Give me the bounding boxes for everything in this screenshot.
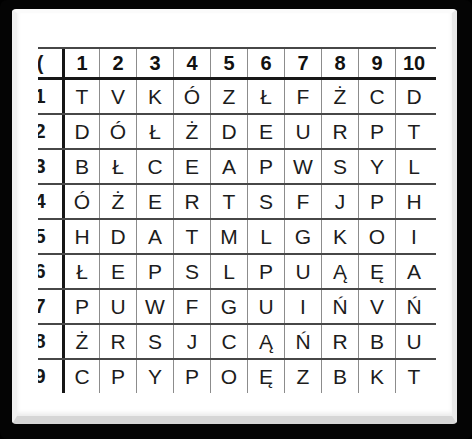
letter-cell-r1c5[interactable]: Z — [210, 80, 247, 113]
letter-cell-r8c3[interactable]: S — [136, 325, 173, 358]
grid-row-7: 7PUWFGUIŃVŃ — [38, 290, 436, 325]
letter-cell-r9c1[interactable]: C — [62, 360, 99, 393]
letter-cell-r5c3[interactable]: A — [136, 220, 173, 253]
grid-row-9: 9CPYPOĘZBKT — [38, 360, 436, 393]
photo-frame: (123456789101TVKÓZŁFŻCD2DÓŁŻDEURPT3BŁCEA… — [0, 0, 472, 439]
letter-cell-r6c2[interactable]: E — [99, 255, 136, 288]
letter-cell-r5c8[interactable]: K — [321, 220, 358, 253]
letter-cell-r3c10[interactable]: L — [395, 150, 432, 183]
row-label-8: 8 — [38, 325, 62, 358]
letter-cell-r8c6[interactable]: Ą — [247, 325, 284, 358]
letter-cell-r3c1[interactable]: B — [62, 150, 99, 183]
corner-cell: ( — [38, 49, 62, 77]
row-label-4: 4 — [38, 185, 62, 218]
letter-cell-r2c1[interactable]: D — [62, 115, 99, 148]
letter-cell-r9c7[interactable]: Z — [284, 360, 321, 393]
letter-cell-r5c7[interactable]: G — [284, 220, 321, 253]
letter-cell-r5c1[interactable]: H — [62, 220, 99, 253]
row-label-2: 2 — [38, 115, 62, 148]
letter-cell-r3c3[interactable]: C — [136, 150, 173, 183]
col-header-1: 1 — [62, 49, 99, 77]
letter-cell-r6c8[interactable]: Ą — [321, 255, 358, 288]
letter-cell-r4c8[interactable]: J — [321, 185, 358, 218]
grid-row-4: 4ÓŻERTSFJPH — [38, 185, 436, 220]
letter-cell-r2c10[interactable]: T — [395, 115, 432, 148]
letter-cell-r3c7[interactable]: W — [284, 150, 321, 183]
letter-cell-r6c7[interactable]: U — [284, 255, 321, 288]
letter-cell-r2c4[interactable]: Ż — [173, 115, 210, 148]
letter-cell-r7c5[interactable]: G — [210, 290, 247, 323]
letter-cell-r1c6[interactable]: Ł — [247, 80, 284, 113]
letter-cell-r9c9[interactable]: K — [358, 360, 395, 393]
row-label-2-text: 2 — [38, 115, 58, 148]
letter-cell-r2c7[interactable]: U — [284, 115, 321, 148]
row-label-6: 6 — [38, 255, 62, 288]
col-header-2: 2 — [99, 49, 136, 77]
row-label-5-text: 5 — [38, 220, 58, 253]
letter-cell-r5c6[interactable]: L — [247, 220, 284, 253]
letter-cell-r7c6[interactable]: U — [247, 290, 284, 323]
letter-cell-r1c4[interactable]: Ó — [173, 80, 210, 113]
letter-cell-r5c4[interactable]: T — [173, 220, 210, 253]
row-label-7: 7 — [38, 290, 62, 323]
grid-row-3: 3BŁCEAPWSYL — [38, 150, 436, 185]
letter-cell-r8c5[interactable]: C — [210, 325, 247, 358]
letter-cell-r8c1[interactable]: Ż — [62, 325, 99, 358]
row-label-9: 9 — [38, 360, 62, 393]
col-header-10: 10 — [395, 49, 432, 77]
letter-cell-r3c4[interactable]: E — [173, 150, 210, 183]
letter-cell-r8c10[interactable]: U — [395, 325, 432, 358]
letter-cell-r9c5[interactable]: O — [210, 360, 247, 393]
letter-cell-r3c8[interactable]: S — [321, 150, 358, 183]
letter-cell-r4c4[interactable]: R — [173, 185, 210, 218]
letter-cell-r5c9[interactable]: O — [358, 220, 395, 253]
letter-cell-r6c10[interactable]: A — [395, 255, 432, 288]
letter-cell-r2c2[interactable]: Ó — [99, 115, 136, 148]
row-label-8-text: 8 — [38, 325, 58, 358]
row-label-3: 3 — [38, 150, 62, 183]
letter-cell-r1c8[interactable]: Ż — [321, 80, 358, 113]
letter-cell-r7c9[interactable]: V — [358, 290, 395, 323]
letter-cell-r5c10[interactable]: I — [395, 220, 432, 253]
letter-cell-r9c4[interactable]: P — [173, 360, 210, 393]
letter-cell-r6c1[interactable]: Ł — [62, 255, 99, 288]
letter-cell-r7c3[interactable]: W — [136, 290, 173, 323]
letter-cell-r8c4[interactable]: J — [173, 325, 210, 358]
corner-cell-text: ( — [38, 49, 58, 77]
letter-cell-r4c6[interactable]: S — [247, 185, 284, 218]
letter-cell-r2c5[interactable]: D — [210, 115, 247, 148]
letter-cell-r7c1[interactable]: P — [62, 290, 99, 323]
letter-cell-r8c7[interactable]: Ń — [284, 325, 321, 358]
letter-cell-r3c9[interactable]: Y — [358, 150, 395, 183]
word-search-grid: (123456789101TVKÓZŁFŻCD2DÓŁŻDEURPT3BŁCEA… — [38, 47, 436, 393]
letter-cell-r1c1[interactable]: T — [62, 80, 99, 113]
row-label-3-text: 3 — [38, 150, 58, 183]
grid-row-8: 8ŻRSJCĄŃRBU — [38, 325, 436, 360]
letter-cell-r5c5[interactable]: M — [210, 220, 247, 253]
col-header-4: 4 — [173, 49, 210, 77]
row-label-1: 1 — [38, 80, 62, 113]
grid-row-6: 6ŁEPSLPUĄĘA — [38, 255, 436, 290]
grid-row-1: 1TVKÓZŁFŻCD — [38, 80, 436, 115]
col-header-3: 3 — [136, 49, 173, 77]
letter-cell-r7c8[interactable]: Ń — [321, 290, 358, 323]
letter-cell-r8c9[interactable]: B — [358, 325, 395, 358]
letter-cell-r1c3[interactable]: K — [136, 80, 173, 113]
letter-cell-r2c8[interactable]: R — [321, 115, 358, 148]
col-header-8: 8 — [321, 49, 358, 77]
letter-cell-r8c2[interactable]: R — [99, 325, 136, 358]
grid-row-2: 2DÓŁŻDEURPT — [38, 115, 436, 150]
worksheet-page: (123456789101TVKÓZŁFŻCD2DÓŁŻDEURPT3BŁCEA… — [12, 9, 457, 424]
row-label-4-text: 4 — [38, 185, 58, 218]
letter-cell-r9c6[interactable]: Ę — [247, 360, 284, 393]
row-label-7-text: 7 — [38, 290, 58, 323]
letter-cell-r1c7[interactable]: F — [284, 80, 321, 113]
row-label-1-text: 1 — [38, 80, 58, 113]
letter-cell-r2c9[interactable]: P — [358, 115, 395, 148]
letter-cell-r6c4[interactable]: S — [173, 255, 210, 288]
letter-cell-r4c5[interactable]: T — [210, 185, 247, 218]
letter-cell-r7c4[interactable]: F — [173, 290, 210, 323]
letter-cell-r9c3[interactable]: Y — [136, 360, 173, 393]
letter-cell-r1c10[interactable]: D — [395, 80, 432, 113]
col-header-5: 5 — [210, 49, 247, 77]
letter-cell-r3c5[interactable]: A — [210, 150, 247, 183]
letter-cell-r9c8[interactable]: B — [321, 360, 358, 393]
col-header-7: 7 — [284, 49, 321, 77]
letter-cell-r7c2[interactable]: U — [99, 290, 136, 323]
letter-cell-r6c3[interactable]: P — [136, 255, 173, 288]
letter-cell-r4c7[interactable]: F — [284, 185, 321, 218]
letter-cell-r9c10[interactable]: T — [395, 360, 432, 393]
letter-cell-r6c9[interactable]: Ę — [358, 255, 395, 288]
grid-row-5: 5HDATMLGKOI — [38, 220, 436, 255]
letter-cell-r7c7[interactable]: I — [284, 290, 321, 323]
letter-cell-r4c1[interactable]: Ó — [62, 185, 99, 218]
row-label-9-text: 9 — [38, 360, 58, 393]
letter-cell-r2c6[interactable]: E — [247, 115, 284, 148]
letter-cell-r6c6[interactable]: P — [247, 255, 284, 288]
letter-cell-r1c2[interactable]: V — [99, 80, 136, 113]
col-header-6: 6 — [247, 49, 284, 77]
letter-cell-r4c10[interactable]: H — [395, 185, 432, 218]
letter-cell-r7c10[interactable]: Ń — [395, 290, 432, 323]
letter-cell-r4c3[interactable]: E — [136, 185, 173, 218]
letter-cell-r8c8[interactable]: R — [321, 325, 358, 358]
letter-cell-r4c2[interactable]: Ż — [99, 185, 136, 218]
letter-cell-r5c2[interactable]: D — [99, 220, 136, 253]
header-row: (12345678910 — [38, 47, 436, 80]
letter-cell-r1c9[interactable]: C — [358, 80, 395, 113]
letter-cell-r3c6[interactable]: P — [247, 150, 284, 183]
col-header-9: 9 — [358, 49, 395, 77]
letter-cell-r4c9[interactable]: P — [358, 185, 395, 218]
letter-cell-r2c3[interactable]: Ł — [136, 115, 173, 148]
letter-cell-r3c2[interactable]: Ł — [99, 150, 136, 183]
row-label-5: 5 — [38, 220, 62, 253]
row-label-6-text: 6 — [38, 255, 58, 288]
letter-cell-r9c2[interactable]: P — [99, 360, 136, 393]
letter-cell-r6c5[interactable]: L — [210, 255, 247, 288]
